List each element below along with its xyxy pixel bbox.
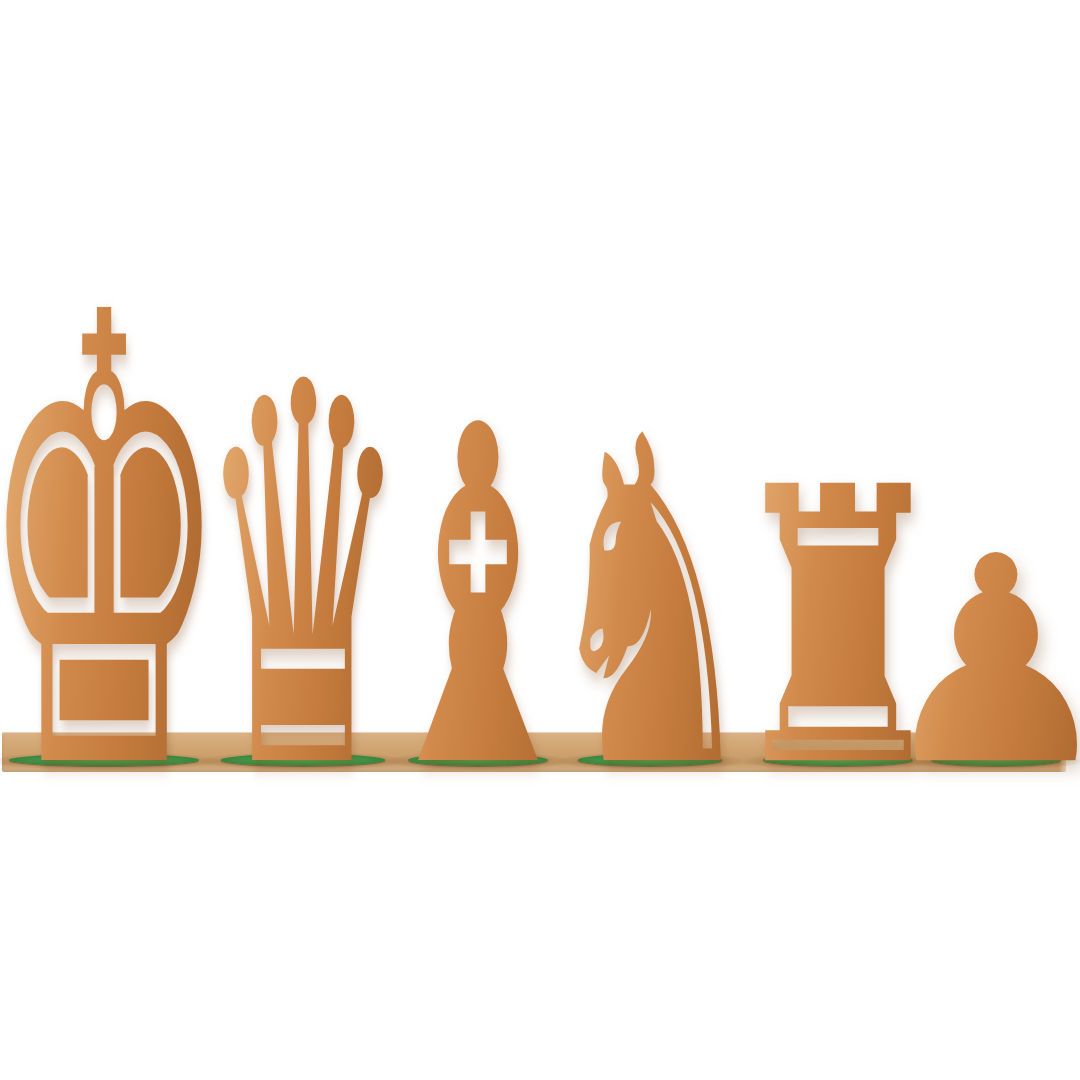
king-piece: ♚ <box>0 236 229 856</box>
pawn-piece: ♟ <box>875 519 1080 804</box>
product-photo-stage: ♚ ♛ ♝ ♞ ♜ ♟ <box>0 0 1080 1080</box>
